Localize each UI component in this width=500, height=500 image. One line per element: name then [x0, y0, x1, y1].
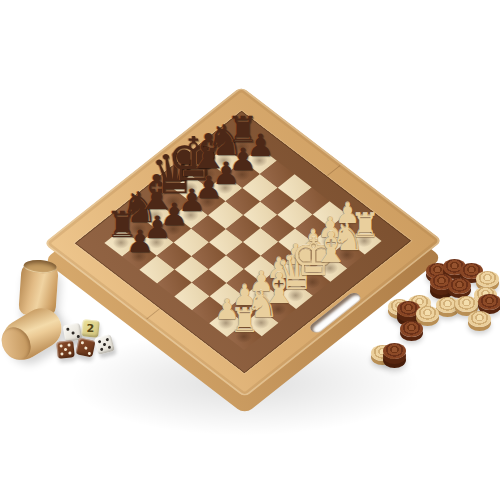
die-pips [75, 337, 95, 357]
die-numeral: 2 [82, 322, 99, 335]
checker-natural [455, 296, 478, 312]
checker-brown [478, 294, 500, 310]
die-brown [75, 337, 95, 357]
product-photo-scene: ♜♞♝♛♚♝♞♜♟♟♟♟♟♟♟♟♟♟♟♟♟♟♟♟♜♞♝♛♚♝♞♜ 2 [0, 0, 500, 500]
die-brown [56, 340, 75, 359]
checker-brown [400, 321, 423, 337]
die-pips [56, 340, 75, 359]
checker-natural [416, 306, 439, 322]
light-rook-glyph: ♜ [341, 209, 389, 242]
checker-brown [448, 278, 471, 294]
dark-pawn-glyph: ♟ [236, 130, 284, 161]
die-cream: 2 [81, 319, 100, 338]
checker-natural [468, 311, 491, 327]
checker-brown [383, 343, 406, 359]
checker-natural [476, 271, 499, 287]
